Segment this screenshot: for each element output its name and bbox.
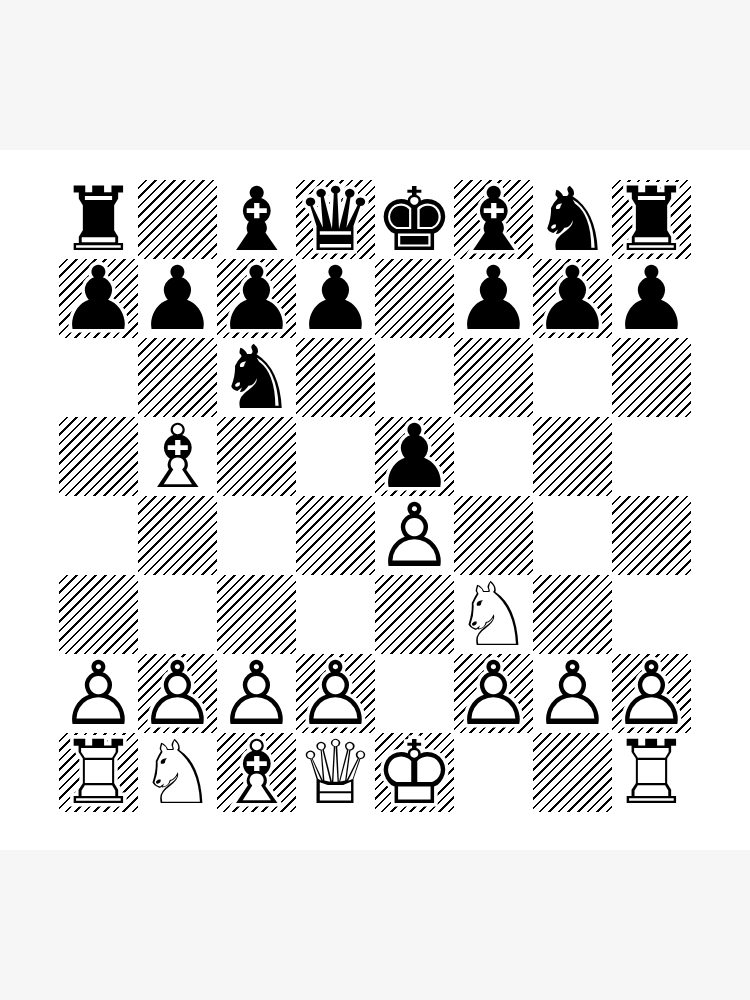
black-pawn-icon: ♟ — [454, 259, 533, 338]
piece-black-pawn[interactable]: ♟♟ — [59, 259, 138, 338]
square-d1[interactable]: ♛♕ — [296, 733, 375, 812]
piece-black-king[interactable]: ♚♚ — [375, 180, 454, 259]
black-knight-icon: ♞ — [217, 338, 296, 417]
square-g2[interactable]: ♟♙ — [533, 654, 612, 733]
white-bishop-icon: ♗ — [138, 417, 217, 496]
piece-white-pawn[interactable]: ♟♙ — [533, 654, 612, 733]
black-pawn-icon: ♟ — [296, 259, 375, 338]
piece-white-pawn[interactable]: ♟♙ — [375, 496, 454, 575]
square-h6[interactable] — [612, 338, 691, 417]
square-c6[interactable]: ♞♞ — [217, 338, 296, 417]
black-king-icon: ♚ — [375, 180, 454, 259]
white-pawn-icon: ♙ — [375, 496, 454, 575]
white-queen-icon: ♕ — [296, 733, 375, 812]
square-h1[interactable]: ♜♖ — [612, 733, 691, 812]
piece-black-knight[interactable]: ♞♞ — [217, 338, 296, 417]
black-pawn-icon: ♟ — [138, 259, 217, 338]
square-d5[interactable] — [296, 417, 375, 496]
square-b4[interactable] — [138, 496, 217, 575]
chess-board: ♜♜♝♝♛♛♚♚♝♝♞♞♜♜♟♟♟♟♟♟♟♟♟♟♟♟♟♟♞♞♝♗♟♟♟♙♞♘♟♙… — [59, 180, 691, 812]
white-rook-icon: ♖ — [612, 733, 691, 812]
square-e4[interactable]: ♟♙ — [375, 496, 454, 575]
square-h4[interactable] — [612, 496, 691, 575]
white-knight-icon: ♘ — [138, 733, 217, 812]
square-c1[interactable]: ♝♗ — [217, 733, 296, 812]
piece-black-pawn[interactable]: ♟♟ — [454, 259, 533, 338]
square-c4[interactable] — [217, 496, 296, 575]
square-a5[interactable] — [59, 417, 138, 496]
piece-white-queen[interactable]: ♛♕ — [296, 733, 375, 812]
square-f1[interactable] — [454, 733, 533, 812]
square-e8[interactable]: ♚♚ — [375, 180, 454, 259]
square-a6[interactable] — [59, 338, 138, 417]
square-c5[interactable] — [217, 417, 296, 496]
white-pawn-icon: ♙ — [454, 654, 533, 733]
white-bishop-icon: ♗ — [217, 733, 296, 812]
black-pawn-icon: ♟ — [59, 259, 138, 338]
square-b7[interactable]: ♟♟ — [138, 259, 217, 338]
square-g4[interactable] — [533, 496, 612, 575]
letterbox-bottom-band — [0, 850, 750, 1000]
piece-black-pawn[interactable]: ♟♟ — [533, 259, 612, 338]
black-pawn-icon: ♟ — [612, 259, 691, 338]
square-d7[interactable]: ♟♟ — [296, 259, 375, 338]
square-a7[interactable]: ♟♟ — [59, 259, 138, 338]
square-f7[interactable]: ♟♟ — [454, 259, 533, 338]
square-f5[interactable] — [454, 417, 533, 496]
piece-black-pawn[interactable]: ♟♟ — [138, 259, 217, 338]
white-king-icon: ♔ — [375, 733, 454, 812]
black-pawn-icon: ♟ — [533, 259, 612, 338]
piece-black-pawn[interactable]: ♟♟ — [296, 259, 375, 338]
piece-white-rook[interactable]: ♜♖ — [59, 733, 138, 812]
piece-white-rook[interactable]: ♜♖ — [612, 733, 691, 812]
square-h5[interactable] — [612, 417, 691, 496]
square-e1[interactable]: ♚♔ — [375, 733, 454, 812]
square-a4[interactable] — [59, 496, 138, 575]
chess-diagram-image: ♜♜♝♝♛♛♚♚♝♝♞♞♜♜♟♟♟♟♟♟♟♟♟♟♟♟♟♟♞♞♝♗♟♟♟♙♞♘♟♙… — [0, 0, 750, 1000]
square-g6[interactable] — [533, 338, 612, 417]
square-f2[interactable]: ♟♙ — [454, 654, 533, 733]
white-rook-icon: ♖ — [59, 733, 138, 812]
letterbox-top-band — [0, 0, 750, 150]
piece-white-king[interactable]: ♚♔ — [375, 733, 454, 812]
square-d4[interactable] — [296, 496, 375, 575]
piece-white-knight[interactable]: ♞♘ — [138, 733, 217, 812]
piece-black-pawn[interactable]: ♟♟ — [612, 259, 691, 338]
square-h7[interactable]: ♟♟ — [612, 259, 691, 338]
square-e3[interactable] — [375, 575, 454, 654]
square-f6[interactable] — [454, 338, 533, 417]
square-d6[interactable] — [296, 338, 375, 417]
square-g7[interactable]: ♟♟ — [533, 259, 612, 338]
piece-white-pawn[interactable]: ♟♙ — [454, 654, 533, 733]
square-a1[interactable]: ♜♖ — [59, 733, 138, 812]
square-g5[interactable] — [533, 417, 612, 496]
square-e7[interactable] — [375, 259, 454, 338]
square-g1[interactable] — [533, 733, 612, 812]
white-pawn-icon: ♙ — [533, 654, 612, 733]
square-b1[interactable]: ♞♘ — [138, 733, 217, 812]
piece-white-bishop[interactable]: ♝♗ — [138, 417, 217, 496]
piece-white-bishop[interactable]: ♝♗ — [217, 733, 296, 812]
square-b5[interactable]: ♝♗ — [138, 417, 217, 496]
